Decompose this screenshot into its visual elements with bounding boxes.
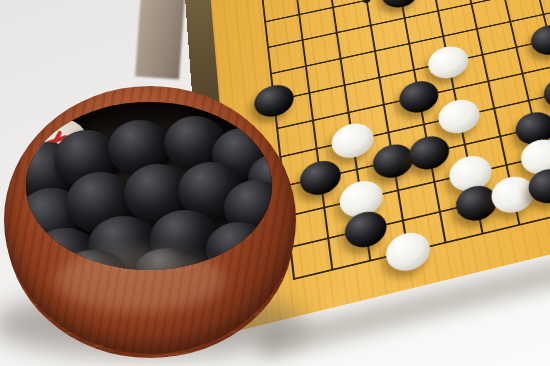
black-stone [371, 141, 416, 182]
black-stone [541, 74, 550, 113]
black-stone [407, 132, 452, 173]
black-stone [397, 78, 441, 117]
black-stone [528, 22, 550, 59]
photo-scene [0, 0, 550, 366]
white-stone [383, 228, 433, 275]
white-stone [436, 96, 483, 137]
black-stone [379, 0, 421, 11]
bowl-interior [26, 102, 272, 270]
white-stone [330, 120, 376, 162]
stone-bowl [0, 0, 310, 366]
bowl-highlight [55, 248, 225, 312]
white-stone [426, 43, 472, 82]
